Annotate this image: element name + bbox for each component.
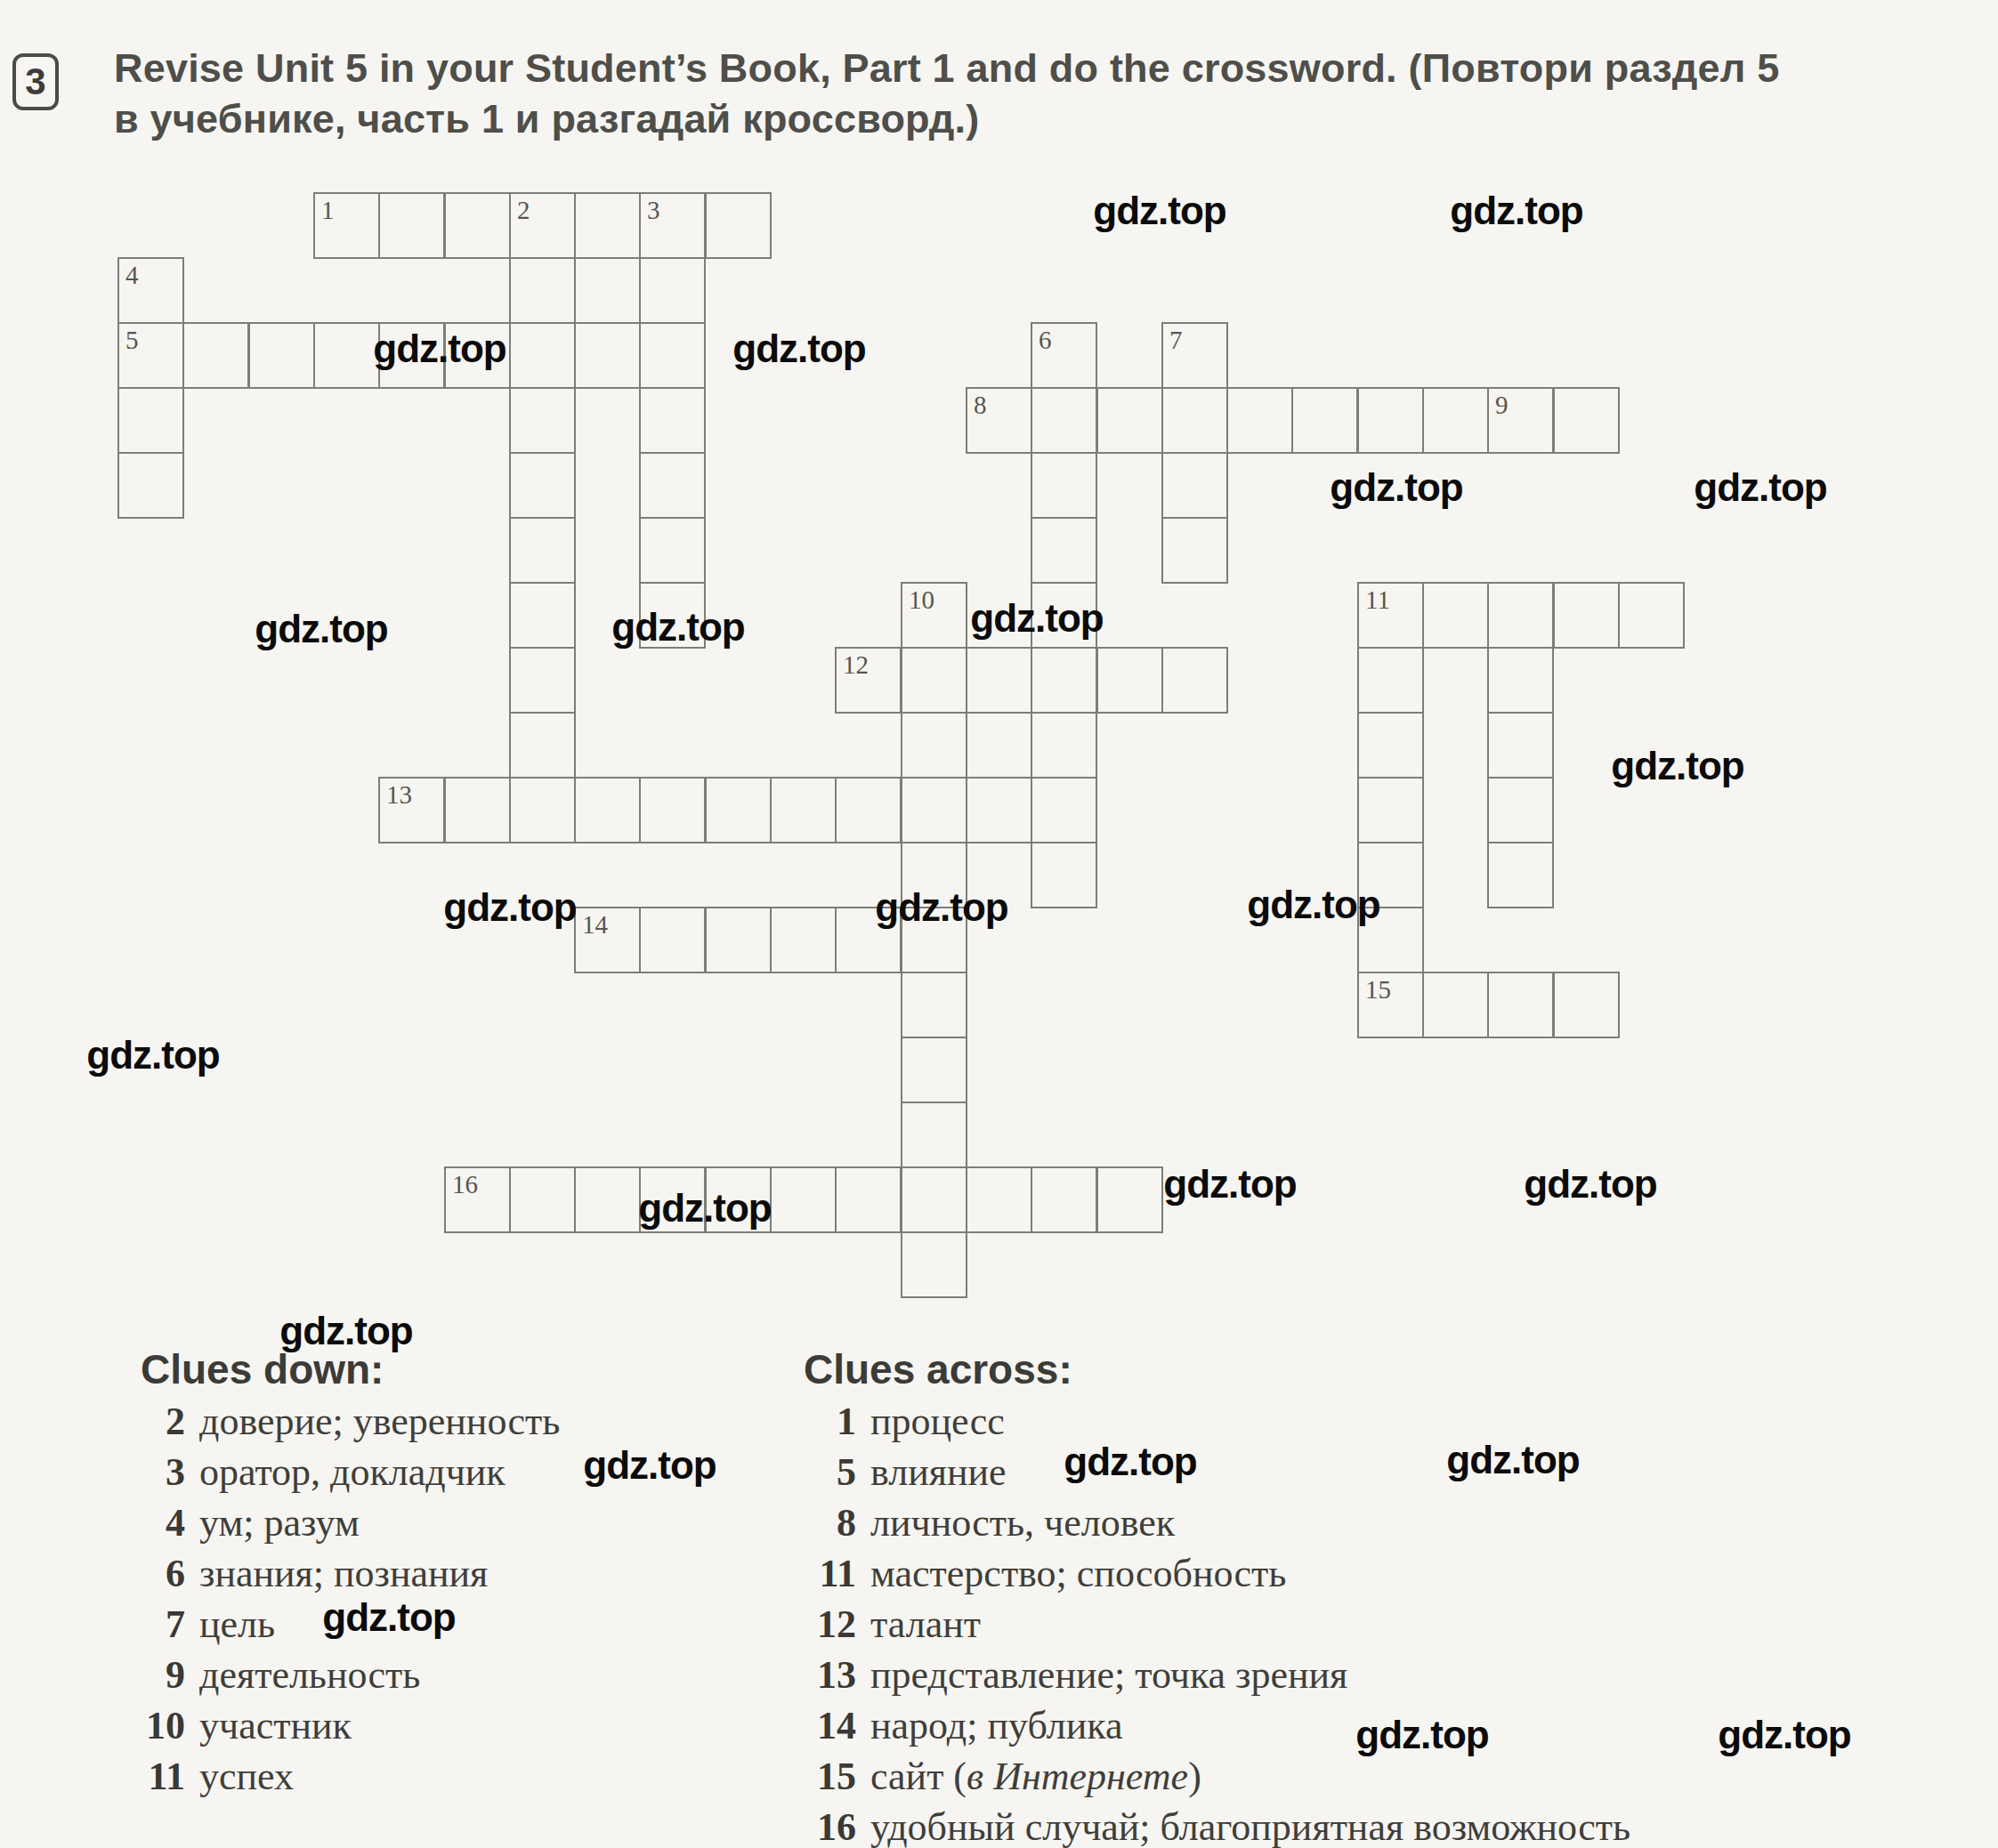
clue-number: 10	[909, 587, 934, 613]
grid-cell[interactable]	[901, 1231, 967, 1298]
grid-cell[interactable]	[182, 322, 249, 389]
grid-cell[interactable]	[1357, 712, 1424, 779]
watermark: gdz.top	[86, 1033, 219, 1077]
clue-item-text: успех	[199, 1755, 294, 1798]
clue-item: 12талант	[780, 1602, 981, 1647]
watermark: gdz.top	[1694, 465, 1826, 510]
clue-item: 1процесс	[780, 1399, 1005, 1444]
clue-item-text: цель	[199, 1602, 275, 1646]
grid-cell[interactable]	[835, 777, 902, 843]
clue-item-number: 16	[780, 1804, 856, 1848]
grid-cell[interactable]	[639, 777, 706, 843]
grid-cell[interactable]	[966, 777, 1032, 843]
clue-item: 3оратор, докладчик	[117, 1449, 506, 1495]
grid-cell[interactable]	[444, 777, 511, 843]
grid-cell[interactable]	[1487, 647, 1554, 714]
grid-cell[interactable]	[574, 777, 641, 843]
grid-cell[interactable]	[378, 192, 445, 259]
grid-cell[interactable]	[1487, 712, 1554, 779]
grid-cell[interactable]	[509, 517, 576, 584]
clue-item-number: 10	[117, 1703, 185, 1748]
clue-item-number: 1	[780, 1399, 856, 1444]
grid-cell[interactable]	[770, 1166, 837, 1233]
grid-cell[interactable]	[1031, 777, 1097, 843]
clue-item-text: процесс	[870, 1400, 1005, 1443]
grid-cell[interactable]	[1031, 452, 1097, 519]
clue-item-number: 9	[117, 1652, 185, 1698]
watermark: gdz.top	[1718, 1713, 1850, 1757]
clue-item-text: знания; познания	[199, 1552, 488, 1595]
clue-item-number: 13	[780, 1652, 856, 1698]
watermark: gdz.top	[322, 1595, 455, 1640]
clue-item-text: народ; публика	[870, 1704, 1122, 1747]
grid-cell[interactable]	[705, 907, 772, 973]
clue-item: 9деятельность	[117, 1652, 420, 1698]
grid-cell[interactable]	[639, 322, 706, 389]
watermark: gdz.top	[1446, 1438, 1579, 1482]
clue-item-number: 7	[117, 1602, 185, 1647]
grid-cell[interactable]	[901, 647, 967, 714]
grid-cell[interactable]	[509, 322, 576, 389]
watermark: gdz.top	[970, 596, 1103, 641]
grid-cell[interactable]	[639, 517, 706, 584]
clue-item: 11мастерство; способность	[780, 1551, 1286, 1596]
clue-number: 3	[647, 198, 660, 223]
watermark: gdz.top	[1163, 1162, 1296, 1206]
grid-cell[interactable]	[1031, 387, 1097, 454]
grid-cell[interactable]	[1096, 1166, 1163, 1233]
clue-item-number: 14	[780, 1703, 856, 1748]
watermark: gdz.top	[1355, 1713, 1488, 1757]
watermark: gdz.top	[638, 1186, 771, 1231]
grid-cell[interactable]	[1031, 647, 1097, 714]
grid-cell[interactable]	[901, 1037, 967, 1103]
clue-item-number: 11	[780, 1551, 856, 1596]
clue-item: 7цель	[117, 1602, 275, 1647]
grid-cell[interactable]	[1422, 972, 1489, 1038]
watermark: gdz.top	[443, 885, 576, 930]
grid-cell[interactable]	[117, 452, 184, 519]
grid-cell[interactable]	[835, 1166, 902, 1233]
watermark: gdz.top	[1524, 1162, 1656, 1206]
grid-cell[interactable]	[1291, 387, 1358, 454]
watermark: gdz.top	[1450, 189, 1582, 233]
grid-cell[interactable]	[1487, 842, 1554, 908]
grid-cell[interactable]	[1553, 387, 1620, 454]
watermark: gdz.top	[583, 1443, 716, 1488]
clue-item-text: личность, человек	[870, 1501, 1175, 1545]
clue-number: 15	[1365, 977, 1391, 1003]
grid-cell[interactable]	[574, 1166, 641, 1233]
grid-cell[interactable]	[639, 907, 706, 973]
clue-item: 10участник	[117, 1703, 352, 1748]
clue-item-number: 11	[117, 1754, 185, 1799]
clue-number: 6	[1039, 327, 1052, 353]
grid-cell[interactable]	[1422, 387, 1489, 454]
watermark: gdz.top	[611, 605, 744, 650]
grid-cell[interactable]	[1161, 647, 1228, 714]
clue-number: 9	[1495, 392, 1509, 418]
grid-cell[interactable]	[1553, 582, 1620, 649]
watermark: gdz.top	[1330, 465, 1462, 510]
clue-item-text: представление; точка зрения	[870, 1653, 1347, 1697]
grid-cell[interactable]	[901, 972, 967, 1038]
grid-cell[interactable]	[117, 387, 184, 454]
grid-cell[interactable]	[1161, 387, 1228, 454]
grid-cell[interactable]	[1096, 647, 1163, 714]
clue-number: 4	[125, 262, 139, 288]
grid-cell[interactable]	[770, 777, 837, 843]
grid-cell[interactable]	[901, 777, 967, 843]
grid-cell[interactable]	[1487, 777, 1554, 843]
clue-item: 11успех	[117, 1754, 294, 1799]
clues-across-title: Clues across:	[804, 1345, 1072, 1393]
clue-item: 16удобный случай; благоприятная возможно…	[780, 1804, 1630, 1848]
clue-number: 13	[386, 782, 412, 808]
grid-cell[interactable]	[1031, 712, 1097, 779]
clue-item-text: талант	[870, 1602, 981, 1646]
grid-cell[interactable]	[770, 907, 837, 973]
grid-cell[interactable]	[1226, 387, 1293, 454]
grid-cell[interactable]	[509, 647, 576, 714]
grid-cell[interactable]	[1031, 517, 1097, 584]
grid-cell[interactable]	[1357, 777, 1424, 843]
watermark: gdz.top	[1093, 189, 1225, 233]
grid-cell[interactable]	[248, 322, 315, 389]
grid-cell[interactable]	[1031, 1166, 1097, 1233]
watermark: gdz.top	[732, 327, 865, 371]
clue-item-text: оратор, докладчик	[199, 1450, 506, 1494]
clue-item-number: 8	[780, 1500, 856, 1545]
clue-item-number: 2	[117, 1399, 185, 1444]
instruction-line-1: Revise Unit 5 in your Student’s Book, Pa…	[114, 43, 1992, 93]
grid-cell[interactable]	[1161, 517, 1228, 584]
grid-cell[interactable]	[509, 712, 576, 779]
clue-item-number: 6	[117, 1551, 185, 1596]
grid-cell[interactable]	[1553, 972, 1620, 1038]
grid-cell[interactable]	[1618, 582, 1685, 649]
clue-item: 13представление; точка зрения	[780, 1652, 1347, 1698]
grid-cell[interactable]	[509, 452, 576, 519]
grid-cell[interactable]	[966, 1166, 1032, 1233]
grid-cell[interactable]	[574, 192, 641, 259]
grid-cell[interactable]	[1096, 387, 1163, 454]
clue-item-text: мастерство; способность	[870, 1552, 1286, 1595]
exercise-number-box: 3	[12, 53, 59, 110]
grid-cell[interactable]	[509, 387, 576, 454]
clue-item: 2доверие; уверенность	[117, 1399, 560, 1444]
grid-cell[interactable]	[705, 192, 772, 259]
clue-item-text: удобный случай; благоприятная возможност…	[870, 1805, 1630, 1848]
watermark: gdz.top	[255, 607, 387, 651]
clue-item-text: доверие; уверенность	[199, 1400, 560, 1443]
grid-cell[interactable]	[313, 322, 380, 389]
grid-cell[interactable]	[444, 192, 511, 259]
instruction-line-2: в учебнике, часть 1 и разгадай кроссворд…	[114, 93, 1992, 144]
clue-item-number: 5	[780, 1449, 856, 1495]
grid-cell[interactable]	[705, 777, 772, 843]
grid-cell[interactable]	[1487, 972, 1554, 1038]
clue-number: 8	[974, 392, 987, 418]
grid-cell[interactable]	[1487, 582, 1554, 649]
grid-cell[interactable]	[509, 777, 576, 843]
clue-number: 14	[582, 912, 608, 938]
grid-cell[interactable]	[639, 257, 706, 324]
clue-item: 14народ; публика	[780, 1703, 1122, 1748]
grid-cell[interactable]	[1161, 452, 1228, 519]
grid-cell[interactable]	[901, 1166, 967, 1233]
clue-item: 4ум; разум	[117, 1500, 360, 1545]
grid-cell[interactable]	[901, 712, 967, 779]
clue-item: 6знания; познания	[117, 1551, 488, 1596]
grid-cell[interactable]	[509, 257, 576, 324]
clue-item: 8личность, человек	[780, 1500, 1175, 1545]
clue-item-text: сайт (в Интернете)	[870, 1755, 1201, 1798]
clue-number: 11	[1365, 587, 1390, 613]
clue-item: 5влияние	[780, 1449, 1007, 1495]
grid-cell[interactable]	[966, 647, 1032, 714]
grid-cell[interactable]	[1357, 387, 1424, 454]
clue-item-number: 15	[780, 1754, 856, 1799]
grid-cell[interactable]	[639, 387, 706, 454]
clue-number: 7	[1169, 327, 1183, 353]
watermark: gdz.top	[1247, 883, 1379, 927]
clue-item-text: деятельность	[199, 1653, 420, 1697]
clue-item: 15сайт (в Интернете)	[780, 1754, 1201, 1799]
clue-number: 1	[321, 198, 335, 223]
clue-number: 2	[517, 198, 530, 223]
clue-item-number: 4	[117, 1500, 185, 1545]
clue-number: 12	[843, 652, 869, 678]
clue-item-number: 12	[780, 1602, 856, 1647]
grid-cell[interactable]	[574, 322, 641, 389]
grid-cell[interactable]	[639, 452, 706, 519]
grid-cell[interactable]	[1031, 842, 1097, 908]
grid-cell[interactable]	[509, 582, 576, 649]
clues-down-title: Clues down:	[141, 1345, 384, 1393]
clue-number: 5	[125, 327, 139, 353]
grid-cell[interactable]	[901, 1102, 967, 1168]
clue-item-number: 3	[117, 1449, 185, 1495]
watermark: gdz.top	[1064, 1440, 1196, 1484]
grid-cell[interactable]	[509, 1166, 576, 1233]
watermark: gdz.top	[373, 327, 506, 371]
clue-item-text: ум; разум	[199, 1501, 360, 1545]
clue-number: 16	[452, 1172, 478, 1198]
clue-item-text: влияние	[870, 1450, 1007, 1494]
watermark: gdz.top	[1611, 744, 1743, 788]
watermark: gdz.top	[875, 885, 1007, 930]
grid-cell[interactable]	[1422, 582, 1489, 649]
workbook-page: { "game": "crossword", "header": { "exer…	[0, 0, 1998, 1848]
grid-cell[interactable]	[1357, 647, 1424, 714]
clue-item-text: участник	[199, 1704, 352, 1747]
